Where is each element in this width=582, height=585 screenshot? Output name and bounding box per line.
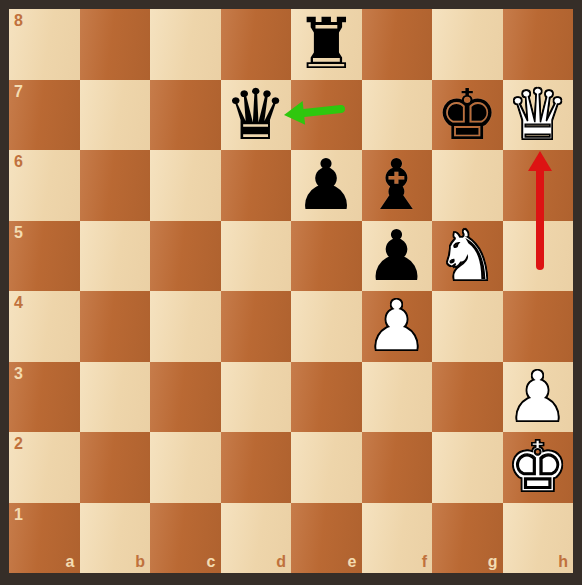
square-d4[interactable] (221, 291, 292, 362)
square-b5[interactable] (80, 221, 151, 292)
square-d6[interactable] (221, 150, 292, 221)
square-b1[interactable]: b (80, 503, 151, 574)
file-label-a: a (66, 554, 75, 570)
square-a1[interactable]: 1a (9, 503, 80, 574)
rank-label-8: 8 (14, 13, 23, 29)
square-h6[interactable] (503, 150, 574, 221)
file-label-g: g (488, 554, 498, 570)
square-e5[interactable] (291, 221, 362, 292)
rank-label-2: 2 (14, 436, 23, 452)
white-queen[interactable]: ♛ (503, 80, 574, 151)
square-c1[interactable]: c (150, 503, 221, 574)
square-f3[interactable] (362, 362, 433, 433)
square-g4[interactable] (432, 291, 503, 362)
rank-label-6: 6 (14, 154, 23, 170)
square-b3[interactable] (80, 362, 151, 433)
square-f6[interactable]: ♝ (362, 150, 433, 221)
square-h2[interactable]: ♚ (503, 432, 574, 503)
square-f2[interactable] (362, 432, 433, 503)
white-knight[interactable]: ♞ (432, 221, 503, 292)
file-label-e: e (348, 554, 357, 570)
square-b8[interactable] (80, 9, 151, 80)
rank-label-7: 7 (14, 84, 23, 100)
square-f7[interactable] (362, 80, 433, 151)
rank-label-3: 3 (14, 366, 23, 382)
file-label-b: b (135, 554, 145, 570)
black-bishop[interactable]: ♝ (362, 150, 433, 221)
file-label-f: f (422, 554, 427, 570)
square-c2[interactable] (150, 432, 221, 503)
square-a8[interactable]: 8 (9, 9, 80, 80)
square-a7[interactable]: 7 (9, 80, 80, 151)
square-g1[interactable]: g (432, 503, 503, 574)
square-f4[interactable]: ♟ (362, 291, 433, 362)
square-d5[interactable] (221, 221, 292, 292)
square-c8[interactable] (150, 9, 221, 80)
square-g2[interactable] (432, 432, 503, 503)
square-h7[interactable]: ♛ (503, 80, 574, 151)
black-king[interactable]: ♚ (432, 80, 503, 151)
square-e3[interactable] (291, 362, 362, 433)
square-e4[interactable] (291, 291, 362, 362)
square-c6[interactable] (150, 150, 221, 221)
square-d3[interactable] (221, 362, 292, 433)
square-c4[interactable] (150, 291, 221, 362)
square-d2[interactable] (221, 432, 292, 503)
square-a5[interactable]: 5 (9, 221, 80, 292)
chess-board: 8♜7♛♚♛6♟♝5♟♞4♟3♟2♚1abcdefgh (9, 9, 573, 573)
white-pawn[interactable]: ♟ (503, 362, 574, 433)
square-a6[interactable]: 6 (9, 150, 80, 221)
square-h4[interactable] (503, 291, 574, 362)
rank-label-1: 1 (14, 507, 23, 523)
rank-label-4: 4 (14, 295, 23, 311)
white-pawn[interactable]: ♟ (362, 291, 433, 362)
square-a4[interactable]: 4 (9, 291, 80, 362)
square-e7[interactable] (291, 80, 362, 151)
square-h1[interactable]: h (503, 503, 574, 574)
black-pawn[interactable]: ♟ (362, 221, 433, 292)
square-f8[interactable] (362, 9, 433, 80)
rank-label-5: 5 (14, 225, 23, 241)
chess-diagram: 8♜7♛♚♛6♟♝5♟♞4♟3♟2♚1abcdefgh (0, 0, 582, 585)
square-e6[interactable]: ♟ (291, 150, 362, 221)
square-g7[interactable]: ♚ (432, 80, 503, 151)
square-g6[interactable] (432, 150, 503, 221)
square-c7[interactable] (150, 80, 221, 151)
square-e8[interactable]: ♜ (291, 9, 362, 80)
square-b2[interactable] (80, 432, 151, 503)
square-b7[interactable] (80, 80, 151, 151)
square-f5[interactable]: ♟ (362, 221, 433, 292)
square-b6[interactable] (80, 150, 151, 221)
square-h8[interactable] (503, 9, 574, 80)
square-c3[interactable] (150, 362, 221, 433)
file-label-h: h (558, 554, 568, 570)
square-g3[interactable] (432, 362, 503, 433)
black-rook[interactable]: ♜ (291, 9, 362, 80)
black-queen[interactable]: ♛ (221, 80, 292, 151)
square-g8[interactable] (432, 9, 503, 80)
square-f1[interactable]: f (362, 503, 433, 574)
square-c5[interactable] (150, 221, 221, 292)
square-a3[interactable]: 3 (9, 362, 80, 433)
square-g5[interactable]: ♞ (432, 221, 503, 292)
white-king[interactable]: ♚ (503, 432, 574, 503)
square-b4[interactable] (80, 291, 151, 362)
square-a2[interactable]: 2 (9, 432, 80, 503)
black-pawn[interactable]: ♟ (291, 150, 362, 221)
file-label-c: c (207, 554, 216, 570)
square-h3[interactable]: ♟ (503, 362, 574, 433)
square-d1[interactable]: d (221, 503, 292, 574)
square-e1[interactable]: e (291, 503, 362, 574)
square-h5[interactable] (503, 221, 574, 292)
square-e2[interactable] (291, 432, 362, 503)
square-d8[interactable] (221, 9, 292, 80)
square-d7[interactable]: ♛ (221, 80, 292, 151)
file-label-d: d (276, 554, 286, 570)
